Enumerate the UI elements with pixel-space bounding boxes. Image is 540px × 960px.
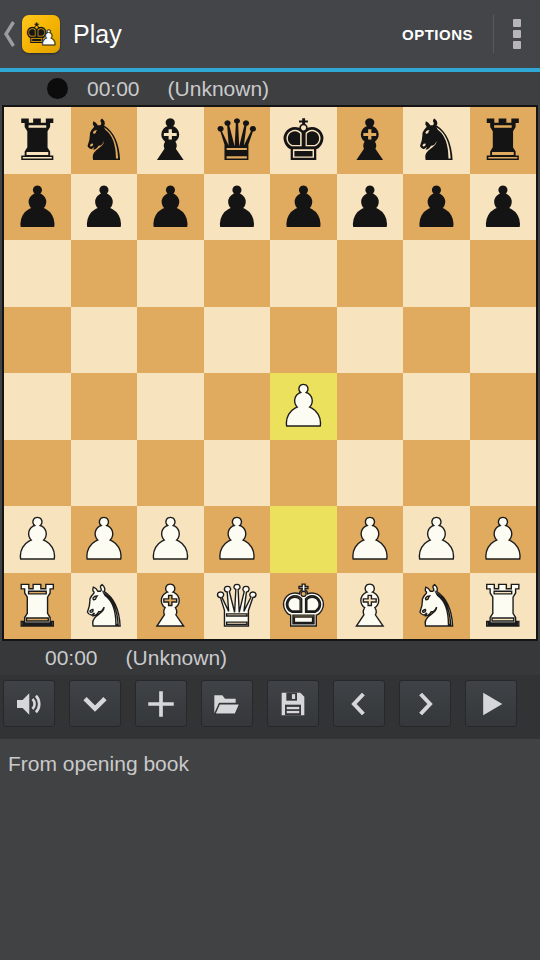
black-bishop: ♝ (137, 107, 204, 174)
square-h1[interactable]: ♜ (470, 573, 537, 640)
black-bishop: ♝ (337, 107, 404, 174)
square-h5[interactable] (470, 307, 537, 374)
square-h4[interactable] (470, 373, 537, 440)
status-area: From opening book (0, 739, 540, 960)
square-a6[interactable] (4, 240, 71, 307)
square-c1[interactable]: ♝ (137, 573, 204, 640)
black-knight: ♞ (71, 107, 138, 174)
white-rook: ♜ (4, 573, 71, 640)
square-d7[interactable]: ♟ (204, 174, 271, 241)
black-pawn: ♟ (4, 174, 71, 241)
square-g8[interactable]: ♞ (403, 107, 470, 174)
action-bar: ♚ ♟ Play OPTIONS (0, 0, 540, 68)
square-c6[interactable] (137, 240, 204, 307)
square-f5[interactable] (337, 307, 404, 374)
square-d4[interactable] (204, 373, 271, 440)
play-icon (474, 687, 508, 721)
speaker-icon (13, 688, 45, 720)
black-pawn: ♟ (137, 174, 204, 241)
square-b6[interactable] (71, 240, 138, 307)
page-title: Play (73, 20, 122, 49)
square-b4[interactable] (71, 373, 138, 440)
floppy-disk-icon (277, 688, 309, 720)
overflow-menu-button[interactable] (494, 0, 540, 68)
square-e8[interactable]: ♚ (270, 107, 337, 174)
square-a3[interactable] (4, 440, 71, 507)
square-b2[interactable]: ♟ (71, 506, 138, 573)
black-pawn: ♟ (204, 174, 271, 241)
white-pawn-icon: ♟ (39, 23, 58, 53)
chevron-down-icon (78, 688, 112, 720)
square-a2[interactable]: ♟ (4, 506, 71, 573)
toolbar (0, 675, 540, 739)
square-f6[interactable] (337, 240, 404, 307)
black-pawn: ♟ (470, 174, 537, 241)
new-game-button[interactable] (135, 680, 187, 727)
black-pawn: ♟ (71, 174, 138, 241)
chevron-right-icon (410, 688, 440, 720)
square-g1[interactable]: ♞ (403, 573, 470, 640)
square-g5[interactable] (403, 307, 470, 374)
chess-app-screen: ♚ ♟ Play OPTIONS 00:00 (Unknown) ♜♞♝♛♚♝♞… (0, 0, 540, 960)
square-g2[interactable]: ♟ (403, 506, 470, 573)
black-clock-time: 00:00 (87, 77, 140, 101)
collapse-button[interactable] (69, 680, 121, 727)
overflow-dot (513, 19, 521, 27)
square-e1[interactable]: ♚ (270, 573, 337, 640)
overflow-dot (513, 41, 521, 49)
white-pawn: ♟ (4, 506, 71, 573)
white-bishop: ♝ (337, 573, 404, 640)
square-a1[interactable]: ♜ (4, 573, 71, 640)
folder-open-icon (210, 688, 244, 720)
square-e3[interactable] (270, 440, 337, 507)
white-queen: ♛ (204, 573, 271, 640)
black-pawn: ♟ (270, 174, 337, 241)
square-d6[interactable] (204, 240, 271, 307)
white-pawn: ♟ (403, 506, 470, 573)
square-c2[interactable]: ♟ (137, 506, 204, 573)
overflow-dot (513, 30, 521, 38)
square-h3[interactable] (470, 440, 537, 507)
square-b1[interactable]: ♞ (71, 573, 138, 640)
square-e5[interactable] (270, 307, 337, 374)
black-player-name: (Unknown) (168, 77, 270, 101)
square-f8[interactable]: ♝ (337, 107, 404, 174)
move-back-button[interactable] (333, 680, 385, 727)
square-b7[interactable]: ♟ (71, 174, 138, 241)
square-f2[interactable]: ♟ (337, 506, 404, 573)
square-h6[interactable] (470, 240, 537, 307)
white-pawn: ♟ (137, 506, 204, 573)
square-d5[interactable] (204, 307, 271, 374)
black-knight: ♞ (403, 107, 470, 174)
square-g3[interactable] (403, 440, 470, 507)
white-pawn: ♟ (204, 506, 271, 573)
square-f7[interactable]: ♟ (337, 174, 404, 241)
square-c7[interactable]: ♟ (137, 174, 204, 241)
square-g4[interactable] (403, 373, 470, 440)
square-c8[interactable]: ♝ (137, 107, 204, 174)
white-bishop: ♝ (137, 573, 204, 640)
black-rook: ♜ (470, 107, 537, 174)
move-forward-button[interactable] (399, 680, 451, 727)
square-h7[interactable]: ♟ (470, 174, 537, 241)
open-file-button[interactable] (201, 680, 253, 727)
app-icon: ♚ ♟ (22, 15, 60, 53)
square-b5[interactable] (71, 307, 138, 374)
square-c5[interactable] (137, 307, 204, 374)
square-g6[interactable] (403, 240, 470, 307)
plus-icon (144, 687, 178, 721)
black-pawn: ♟ (337, 174, 404, 241)
square-c3[interactable] (137, 440, 204, 507)
white-pawn: ♟ (71, 506, 138, 573)
black-pawn: ♟ (403, 174, 470, 241)
square-h2[interactable]: ♟ (470, 506, 537, 573)
black-to-move-indicator (47, 78, 68, 99)
white-knight: ♞ (71, 573, 138, 640)
black-king: ♚ (270, 107, 337, 174)
square-e2[interactable] (270, 506, 337, 573)
white-pawn: ♟ (470, 506, 537, 573)
white-knight: ♞ (403, 573, 470, 640)
black-rook: ♜ (4, 107, 71, 174)
square-g7[interactable]: ♟ (403, 174, 470, 241)
square-b8[interactable]: ♞ (71, 107, 138, 174)
chevron-left-icon (344, 688, 374, 720)
square-a8[interactable]: ♜ (4, 107, 71, 174)
square-e6[interactable] (270, 240, 337, 307)
save-file-button[interactable] (267, 680, 319, 727)
square-b3[interactable] (71, 440, 138, 507)
square-f4[interactable] (337, 373, 404, 440)
options-button[interactable]: OPTIONS (382, 0, 493, 68)
sound-button[interactable] (3, 680, 55, 727)
white-clock-row: 00:00 (Unknown) (0, 641, 540, 675)
square-e4[interactable]: ♟ (270, 373, 337, 440)
square-a4[interactable] (4, 373, 71, 440)
square-d8[interactable]: ♛ (204, 107, 271, 174)
back-button[interactable] (0, 0, 18, 68)
white-clock-time: 00:00 (45, 646, 98, 670)
square-d2[interactable]: ♟ (204, 506, 271, 573)
white-rook: ♜ (470, 573, 537, 640)
chess-board[interactable]: ♜♞♝♛♚♝♞♜♟♟♟♟♟♟♟♟♟♟♟♟♟♟♟♟♜♞♝♛♚♝♞♜ (2, 105, 538, 641)
white-pawn: ♟ (337, 506, 404, 573)
square-a7[interactable]: ♟ (4, 174, 71, 241)
white-king: ♚ (270, 573, 337, 640)
square-a5[interactable] (4, 307, 71, 374)
square-e7[interactable]: ♟ (270, 174, 337, 241)
status-message: From opening book (8, 752, 189, 775)
square-d1[interactable]: ♛ (204, 573, 271, 640)
square-f3[interactable] (337, 440, 404, 507)
square-d3[interactable] (204, 440, 271, 507)
black-queen: ♛ (204, 107, 271, 174)
white-pawn: ♟ (270, 373, 337, 440)
square-f1[interactable]: ♝ (337, 573, 404, 640)
white-player-name: (Unknown) (126, 646, 228, 670)
square-c4[interactable] (137, 373, 204, 440)
square-h8[interactable]: ♜ (470, 107, 537, 174)
back-chevron-icon (3, 19, 16, 49)
play-engine-button[interactable] (465, 680, 517, 727)
black-clock-row: 00:00 (Unknown) (0, 72, 540, 105)
